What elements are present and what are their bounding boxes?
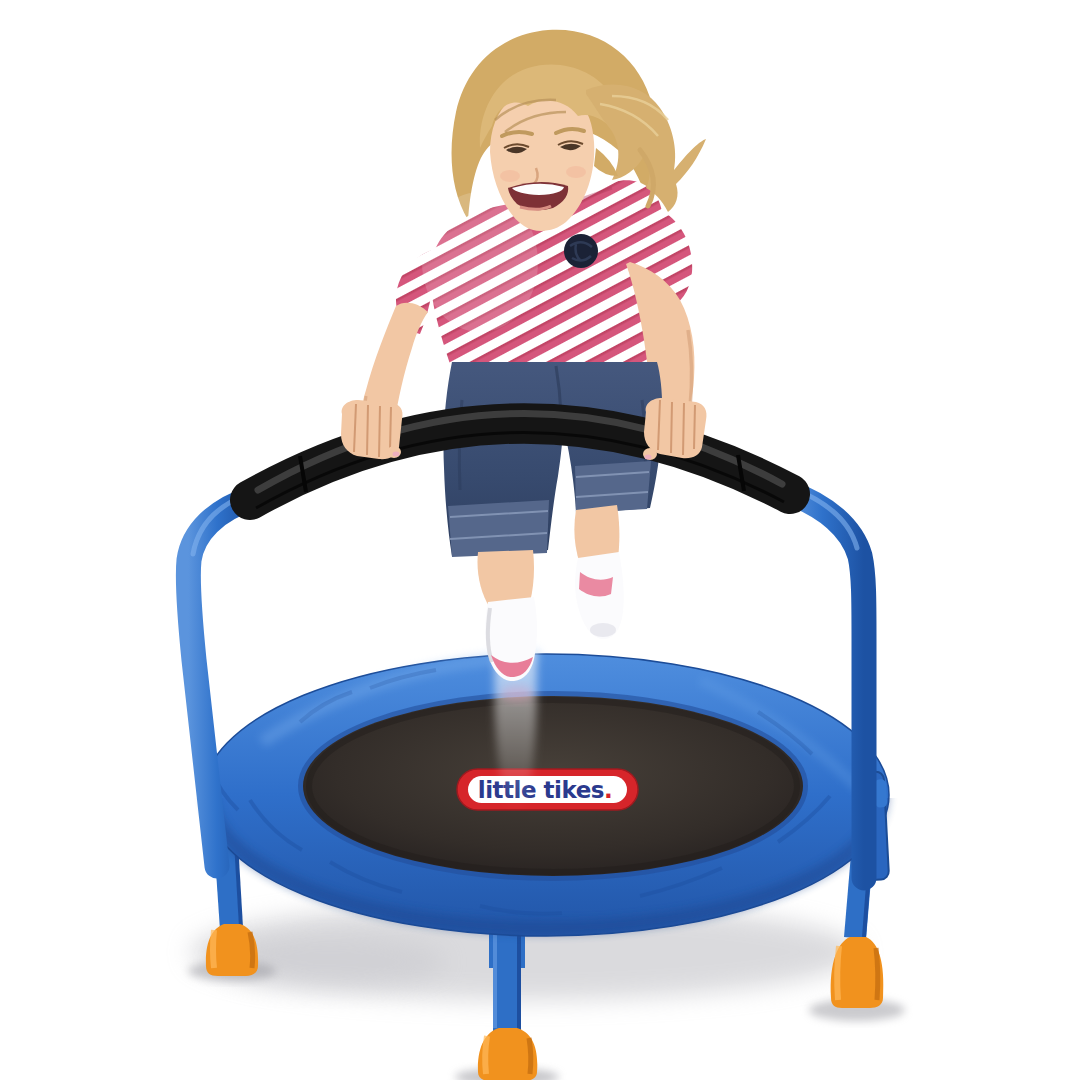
jeans-cuff-left [448,500,549,557]
trampoline-scene: little tikes. [0,0,1080,1080]
trampoline: little tikes. [203,654,889,936]
product-photo: little tikes. [0,0,1080,1080]
logo-wordmark: little tikes. [478,777,612,803]
flower-rosette [564,234,598,268]
brand-logo: little tikes. [457,769,638,810]
jeans-cuff-right [575,461,651,513]
logo-dot: . [604,777,612,803]
hand-left [341,400,403,459]
hand-right [643,398,707,460]
